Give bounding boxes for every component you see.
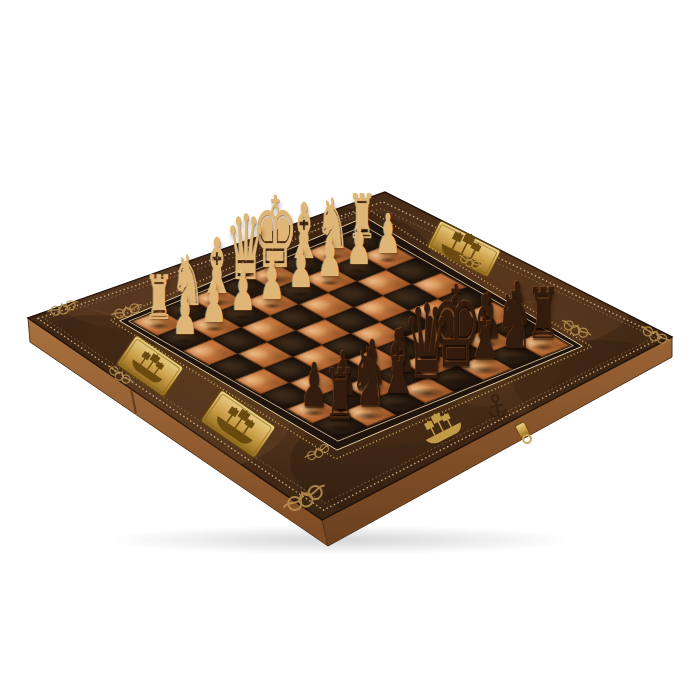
piece-white-pawn-b2[interactable]: ♟ [201, 276, 227, 331]
piece-white-pawn-e2[interactable]: ♟ [288, 241, 314, 296]
piece-white-pawn-g2[interactable]: ♟ [346, 218, 372, 273]
piece-white-pawn-a2[interactable]: ♟ [172, 287, 198, 342]
piece-white-pawn-f2[interactable]: ♟ [317, 230, 343, 285]
piece-layer: ♜♞♝♛♚♝♞♜♟♟♟♟♟♟♟♟♟♟♟♟♟♟♟♟♜♞♝♛♚♝♞♜ [0, 0, 700, 700]
piece-white-pawn-c2[interactable]: ♟ [230, 264, 256, 319]
photo-canvas: ♜♞♝♛♚♝♞♜♟♟♟♟♟♟♟♟♟♟♟♟♟♟♟♟♜♞♝♛♚♝♞♜ [0, 0, 700, 700]
piece-white-pawn-d2[interactable]: ♟ [259, 253, 285, 308]
piece-black-rook-a8[interactable]: ♜ [324, 360, 357, 430]
piece-white-rook-a1[interactable]: ♜ [145, 267, 174, 328]
piece-white-pawn-h2[interactable]: ♟ [375, 206, 401, 261]
